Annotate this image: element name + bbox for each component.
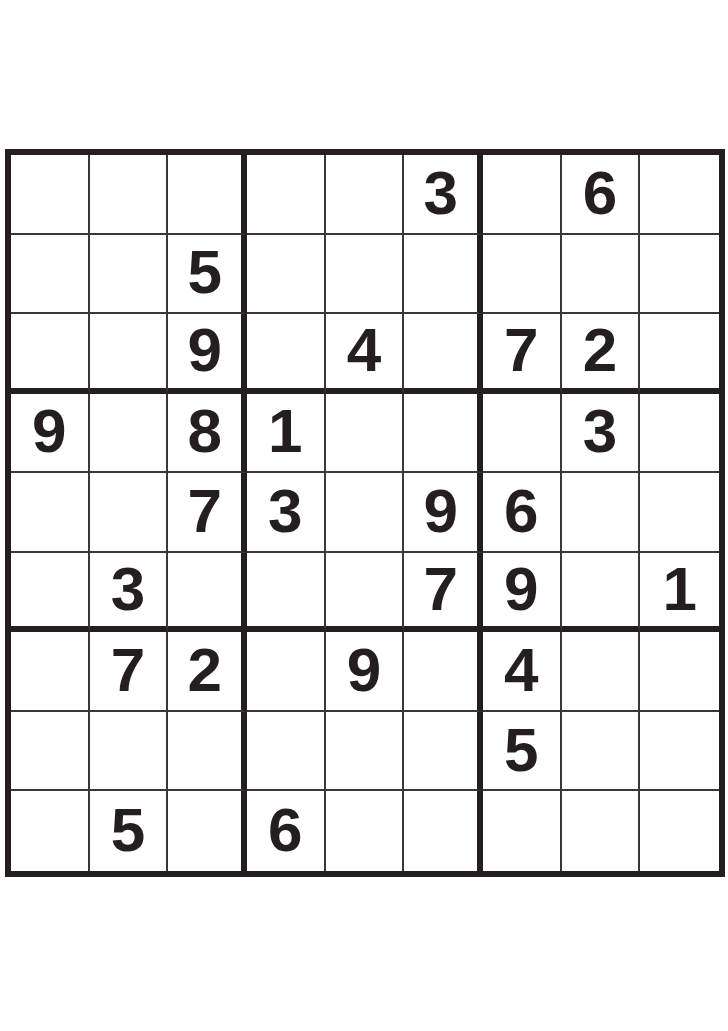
given-digit: 6 [583, 162, 617, 224]
cell-r8c1[interactable] [11, 712, 90, 792]
cell-r1c8[interactable]: 6 [562, 155, 641, 235]
cell-r9c5[interactable] [326, 791, 405, 871]
sudoku-board: 36594729813739637917294556 [5, 149, 725, 877]
cell-r5c7[interactable]: 6 [483, 473, 562, 553]
cell-r8c8[interactable] [562, 712, 641, 792]
cell-r5c4[interactable]: 3 [247, 473, 326, 553]
cell-r6c4[interactable] [247, 553, 326, 633]
given-digit: 2 [583, 319, 617, 381]
cell-r8c2[interactable] [90, 712, 169, 792]
cell-r7c7[interactable]: 4 [483, 632, 562, 712]
page: 36594729813739637917294556 [0, 0, 728, 1031]
cell-r4c7[interactable] [483, 394, 562, 474]
cell-r4c1[interactable]: 9 [11, 394, 90, 474]
given-digit: 7 [111, 639, 145, 701]
cell-r2c9[interactable] [640, 235, 719, 315]
cell-r3c9[interactable] [640, 314, 719, 394]
cell-r9c6[interactable] [404, 791, 483, 871]
cell-r8c4[interactable] [247, 712, 326, 792]
cell-r2c4[interactable] [247, 235, 326, 315]
cell-r4c4[interactable]: 1 [247, 394, 326, 474]
given-digit: 9 [187, 319, 221, 381]
cell-r1c1[interactable] [11, 155, 90, 235]
given-digit: 9 [504, 558, 538, 620]
given-digit: 2 [187, 639, 221, 701]
cell-r6c3[interactable] [168, 553, 247, 633]
cell-r2c2[interactable] [90, 235, 169, 315]
cell-r7c1[interactable] [11, 632, 90, 712]
cell-r4c3[interactable]: 8 [168, 394, 247, 474]
cell-r9c7[interactable] [483, 791, 562, 871]
cell-r1c6[interactable]: 3 [404, 155, 483, 235]
cell-r9c4[interactable]: 6 [247, 791, 326, 871]
given-digit: 9 [423, 480, 457, 542]
cell-r6c5[interactable] [326, 553, 405, 633]
cell-r3c6[interactable] [404, 314, 483, 394]
cell-r3c2[interactable] [90, 314, 169, 394]
cell-r9c2[interactable]: 5 [90, 791, 169, 871]
cell-r6c7[interactable]: 9 [483, 553, 562, 633]
cell-r3c4[interactable] [247, 314, 326, 394]
cell-r9c3[interactable] [168, 791, 247, 871]
cell-r7c3[interactable]: 2 [168, 632, 247, 712]
cell-r2c7[interactable] [483, 235, 562, 315]
given-digit: 1 [662, 558, 696, 620]
cell-r6c6[interactable]: 7 [404, 553, 483, 633]
cell-r3c7[interactable]: 7 [483, 314, 562, 394]
given-digit: 5 [111, 799, 145, 861]
cell-r3c5[interactable]: 4 [326, 314, 405, 394]
cell-r2c3[interactable]: 5 [168, 235, 247, 315]
cell-r2c1[interactable] [11, 235, 90, 315]
cell-r1c9[interactable] [640, 155, 719, 235]
given-digit: 3 [268, 480, 302, 542]
given-digit: 7 [187, 480, 221, 542]
cell-r1c3[interactable] [168, 155, 247, 235]
given-digit: 3 [423, 162, 457, 224]
cell-r7c4[interactable] [247, 632, 326, 712]
cell-r6c2[interactable]: 3 [90, 553, 169, 633]
given-digit: 5 [187, 241, 221, 303]
cell-r5c5[interactable] [326, 473, 405, 553]
given-digit: 1 [268, 400, 302, 462]
cell-r7c2[interactable]: 7 [90, 632, 169, 712]
cell-r8c7[interactable]: 5 [483, 712, 562, 792]
cell-r5c6[interactable]: 9 [404, 473, 483, 553]
given-digit: 7 [423, 558, 457, 620]
given-digit: 4 [504, 639, 538, 701]
given-digit: 9 [32, 400, 66, 462]
cell-r8c3[interactable] [168, 712, 247, 792]
cell-r8c6[interactable] [404, 712, 483, 792]
cell-r1c7[interactable] [483, 155, 562, 235]
cell-r5c1[interactable] [11, 473, 90, 553]
cell-r7c5[interactable]: 9 [326, 632, 405, 712]
cell-r6c1[interactable] [11, 553, 90, 633]
cell-r7c8[interactable] [562, 632, 641, 712]
given-digit: 5 [504, 719, 538, 781]
cell-r9c1[interactable] [11, 791, 90, 871]
cell-r4c2[interactable] [90, 394, 169, 474]
given-digit: 7 [504, 319, 538, 381]
cell-r8c5[interactable] [326, 712, 405, 792]
cell-r5c8[interactable] [562, 473, 641, 553]
cell-r6c8[interactable] [562, 553, 641, 633]
cell-r9c9[interactable] [640, 791, 719, 871]
cell-r2c8[interactable] [562, 235, 641, 315]
cell-r1c5[interactable] [326, 155, 405, 235]
cell-r7c6[interactable] [404, 632, 483, 712]
cell-r1c2[interactable] [90, 155, 169, 235]
cell-r3c3[interactable]: 9 [168, 314, 247, 394]
cell-r3c1[interactable] [11, 314, 90, 394]
cell-r4c9[interactable] [640, 394, 719, 474]
given-digit: 4 [347, 319, 381, 381]
cell-r7c9[interactable] [640, 632, 719, 712]
cell-r2c5[interactable] [326, 235, 405, 315]
cell-r5c3[interactable]: 7 [168, 473, 247, 553]
given-digit: 6 [504, 480, 538, 542]
cell-r1c4[interactable] [247, 155, 326, 235]
cell-r5c9[interactable] [640, 473, 719, 553]
cell-r4c5[interactable] [326, 394, 405, 474]
given-digit: 6 [268, 799, 302, 861]
cell-r9c8[interactable] [562, 791, 641, 871]
given-digit: 9 [347, 639, 381, 701]
given-digit: 3 [111, 558, 145, 620]
cell-r3c8[interactable]: 2 [562, 314, 641, 394]
cell-r6c9[interactable]: 1 [640, 553, 719, 633]
cell-r2c6[interactable] [404, 235, 483, 315]
cell-r4c6[interactable] [404, 394, 483, 474]
given-digit: 3 [583, 400, 617, 462]
given-digit: 8 [187, 400, 221, 462]
cell-r5c2[interactable] [90, 473, 169, 553]
cell-r4c8[interactable]: 3 [562, 394, 641, 474]
cell-r8c9[interactable] [640, 712, 719, 792]
